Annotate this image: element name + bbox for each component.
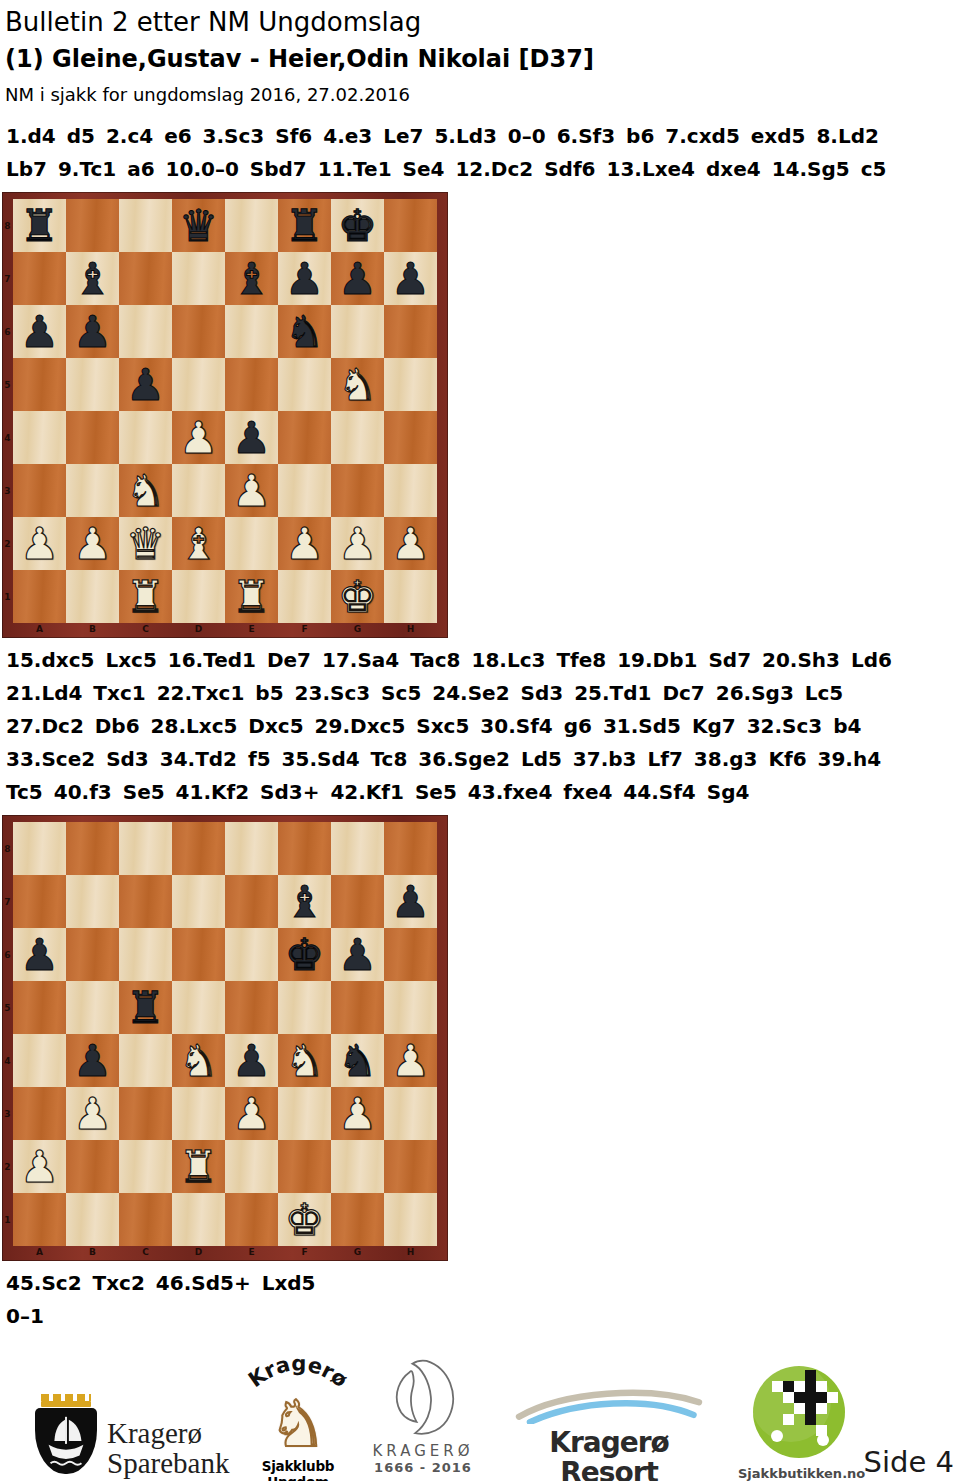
white-pawn: ♟ xyxy=(232,1087,271,1140)
document-header: Bulletin 2 etter NM Ungdomslag (1) Glein… xyxy=(0,0,960,106)
white-bishop: ♝ xyxy=(179,517,218,570)
black-queen: ♛ xyxy=(179,199,218,252)
black-pawn: ♟ xyxy=(338,928,377,981)
square-c2 xyxy=(119,1140,172,1193)
black-pawn: ♟ xyxy=(73,1034,112,1087)
square-e6 xyxy=(225,305,278,358)
game-heading: (1) Gleine,Gustav - Heier,Odin Nikolai [… xyxy=(5,44,960,74)
square-g3 xyxy=(331,464,384,517)
kragero-years: 1666 - 2016 xyxy=(365,1460,481,1475)
square-h1 xyxy=(384,570,437,623)
white-pawn: ♟ xyxy=(338,1087,377,1140)
square-a1 xyxy=(13,570,66,623)
square-c3 xyxy=(119,1087,172,1140)
square-f8 xyxy=(278,822,331,875)
square-f7: ♝ xyxy=(278,875,331,928)
square-h4: ♟ xyxy=(384,1034,437,1087)
white-rook: ♜ xyxy=(179,1140,218,1193)
square-e4: ♟ xyxy=(225,1034,278,1087)
page-number: Side 4 xyxy=(864,1445,954,1479)
square-c1 xyxy=(119,1193,172,1246)
rank-label-4: 4 xyxy=(2,411,13,464)
square-f4 xyxy=(278,411,331,464)
square-f8: ♜ xyxy=(278,199,331,252)
square-a1 xyxy=(13,1193,66,1246)
move-line: 45.Sc2 Txc2 46.Sd5+ Lxd5 xyxy=(6,1267,960,1300)
kragero-city-name: KRAGERØ xyxy=(365,1442,481,1460)
moves-section-2: 15.dxc5 Lxc5 16.Ted1 De7 17.Sa4 Tac8 18.… xyxy=(0,644,960,809)
black-bishop: ♝ xyxy=(285,875,324,928)
black-bishop: ♝ xyxy=(73,252,112,305)
black-rook: ♜ xyxy=(285,199,324,252)
square-f2 xyxy=(278,1140,331,1193)
rank-labels: 87654321 xyxy=(2,199,13,623)
square-g4 xyxy=(331,411,384,464)
square-h6 xyxy=(384,305,437,358)
square-a5 xyxy=(13,981,66,1034)
rank-label-2: 2 xyxy=(2,517,13,570)
white-pawn: ♟ xyxy=(179,411,218,464)
resort-name: Kragerø Resort xyxy=(503,1428,715,1481)
white-pawn: ♟ xyxy=(338,517,377,570)
move-line: 27.Dc2 Db6 28.Lxc5 Dxc5 29.Dxc5 Sxc5 30.… xyxy=(6,710,960,743)
black-pawn: ♟ xyxy=(73,305,112,358)
square-a6: ♟ xyxy=(13,928,66,981)
square-d7 xyxy=(172,252,225,305)
square-e5 xyxy=(225,981,278,1034)
square-a5 xyxy=(13,358,66,411)
kragero-resort-logo: Kragerø Resort Golf, spa & unike oppleve… xyxy=(503,1384,715,1481)
black-bishop: ♝ xyxy=(232,252,271,305)
square-e2 xyxy=(225,1140,278,1193)
square-a6: ♟ xyxy=(13,305,66,358)
square-c6 xyxy=(119,305,172,358)
square-a2: ♟ xyxy=(13,517,66,570)
move-line: 15.dxc5 Lxc5 16.Ted1 De7 17.Sa4 Tac8 18.… xyxy=(6,644,960,677)
square-d4: ♞ xyxy=(172,1034,225,1087)
square-e3: ♟ xyxy=(225,464,278,517)
square-e1 xyxy=(225,1193,278,1246)
square-d6 xyxy=(172,305,225,358)
file-label-c: C xyxy=(119,1247,172,1260)
move-line: 0–1 xyxy=(6,1300,960,1333)
square-b2: ♟ xyxy=(66,517,119,570)
white-king: ♚ xyxy=(338,570,377,623)
file-label-h: H xyxy=(384,624,437,637)
rank-label-1: 1 xyxy=(2,570,13,623)
white-rook: ♜ xyxy=(126,570,165,623)
white-pawn: ♟ xyxy=(391,517,430,570)
square-c1: ♜ xyxy=(119,570,172,623)
sponsor-footer: Kragerø Sparebank Kragerø ♞ Sjakklubb Un… xyxy=(0,1356,960,1481)
square-d3 xyxy=(172,464,225,517)
square-h2 xyxy=(384,1140,437,1193)
square-b4: ♟ xyxy=(66,1034,119,1087)
black-king: ♚ xyxy=(338,199,377,252)
rank-label-1: 1 xyxy=(2,1193,13,1246)
square-a2: ♟ xyxy=(13,1140,66,1193)
board-grid: ♜♛♜♚♝♝♟♟♟♟♟♞♟♞♟♟♞♟♟♟♛♝♟♟♟♜♜♚ xyxy=(13,199,437,623)
square-d5 xyxy=(172,358,225,411)
file-label-a: A xyxy=(13,1247,66,1260)
white-pawn: ♟ xyxy=(73,517,112,570)
square-c7 xyxy=(119,875,172,928)
black-pawn: ♟ xyxy=(232,1034,271,1087)
square-d2: ♝ xyxy=(172,517,225,570)
file-label-h: H xyxy=(384,1247,437,1260)
square-h7: ♟ xyxy=(384,875,437,928)
square-h6 xyxy=(384,928,437,981)
file-label-g: G xyxy=(331,1247,384,1260)
black-knight: ♞ xyxy=(338,1034,377,1087)
rank-label-7: 7 xyxy=(2,252,13,305)
crescent-moons-icon xyxy=(368,1358,478,1436)
square-b5 xyxy=(66,981,119,1034)
square-g4: ♞ xyxy=(331,1034,384,1087)
square-f5 xyxy=(278,981,331,1034)
square-c5: ♟ xyxy=(119,358,172,411)
square-h7: ♟ xyxy=(384,252,437,305)
square-e4: ♟ xyxy=(225,411,278,464)
file-label-e: E xyxy=(225,1247,278,1260)
rank-labels: 87654321 xyxy=(2,822,13,1246)
move-line: 33.Sce2 Sd3 34.Td2 f5 35.Sd4 Tc8 36.Sge2… xyxy=(6,743,960,776)
square-d5 xyxy=(172,981,225,1034)
square-f7: ♟ xyxy=(278,252,331,305)
square-c8 xyxy=(119,822,172,875)
square-h3 xyxy=(384,1087,437,1140)
square-c4 xyxy=(119,1034,172,1087)
square-f6: ♚ xyxy=(278,928,331,981)
square-b5 xyxy=(66,358,119,411)
square-c8 xyxy=(119,199,172,252)
square-b7 xyxy=(66,875,119,928)
sparebank-name-line2: Sparebank xyxy=(107,1448,229,1478)
square-b8 xyxy=(66,199,119,252)
file-labels: ABCDEFGH xyxy=(13,1247,437,1260)
square-d1 xyxy=(172,570,225,623)
square-e8 xyxy=(225,199,278,252)
square-g3: ♟ xyxy=(331,1087,384,1140)
chess-board-diagram-1: 87654321 ♜♛♜♚♝♝♟♟♟♟♟♞♟♞♟♟♞♟♟♟♛♝♟♟♟♜♜♚ AB… xyxy=(2,192,448,638)
rank-label-6: 6 xyxy=(2,305,13,358)
square-a4 xyxy=(13,411,66,464)
square-d4: ♟ xyxy=(172,411,225,464)
square-f6: ♞ xyxy=(278,305,331,358)
square-a8 xyxy=(13,822,66,875)
square-g8 xyxy=(331,822,384,875)
square-b7: ♝ xyxy=(66,252,119,305)
square-g7 xyxy=(331,875,384,928)
white-pawn: ♟ xyxy=(391,1034,430,1087)
square-e6 xyxy=(225,928,278,981)
square-c3: ♞ xyxy=(119,464,172,517)
black-pawn: ♟ xyxy=(285,252,324,305)
sjakklubb-label: Sjakklubb Ungdom xyxy=(240,1458,356,1481)
rank-label-8: 8 xyxy=(2,199,13,252)
square-e2 xyxy=(225,517,278,570)
square-g2: ♟ xyxy=(331,517,384,570)
square-c2: ♛ xyxy=(119,517,172,570)
black-pawn: ♟ xyxy=(391,252,430,305)
file-label-b: B xyxy=(66,1247,119,1260)
sparebank-crest-icon xyxy=(33,1394,99,1474)
square-e7 xyxy=(225,875,278,928)
rank-label-7: 7 xyxy=(2,875,13,928)
white-pawn: ♟ xyxy=(20,1140,59,1193)
square-c7 xyxy=(119,252,172,305)
square-b8 xyxy=(66,822,119,875)
sjakkbutikken-logo: Sjakkbutikken.no xyxy=(738,1364,860,1481)
pixel-knight-icon xyxy=(751,1364,847,1460)
event-line: NM i sjakk for ungdomslag 2016, 27.02.20… xyxy=(5,84,960,106)
black-pawn: ♟ xyxy=(391,875,430,928)
square-f3 xyxy=(278,1087,331,1140)
white-king: ♚ xyxy=(285,1193,324,1246)
move-line: Tc5 40.f3 Se5 41.Kf2 Sd3+ 42.Kf1 Se5 43.… xyxy=(6,776,960,809)
move-line: 21.Ld4 Txc1 22.Txc1 b5 23.Sc3 Sc5 24.Se2… xyxy=(6,677,960,710)
black-pawn: ♟ xyxy=(338,252,377,305)
crown-icon xyxy=(41,1394,91,1407)
square-d3 xyxy=(172,1087,225,1140)
waves-icon xyxy=(504,1384,714,1424)
rank-label-3: 3 xyxy=(2,464,13,517)
square-h2: ♟ xyxy=(384,517,437,570)
white-pawn: ♟ xyxy=(232,464,271,517)
file-labels: ABCDEFGH xyxy=(13,624,437,637)
square-d6 xyxy=(172,928,225,981)
file-label-c: C xyxy=(119,624,172,637)
square-g1: ♚ xyxy=(331,570,384,623)
square-d2: ♜ xyxy=(172,1140,225,1193)
black-king: ♚ xyxy=(285,928,324,981)
white-knight: ♞ xyxy=(285,1034,324,1087)
square-h8 xyxy=(384,199,437,252)
chess-board-diagram-2: 87654321 ♝♟♟♚♟♜♟♞♟♞♞♟♟♟♟♟♜♚ ABCDEFGH xyxy=(2,815,448,1261)
sjakkbutikken-label: Sjakkbutikken.no xyxy=(738,1466,860,1481)
square-h4 xyxy=(384,411,437,464)
square-b6 xyxy=(66,928,119,981)
square-f3 xyxy=(278,464,331,517)
square-g1 xyxy=(331,1193,384,1246)
moves-section-3: 45.Sc2 Txc2 46.Sd5+ Lxd50–1 xyxy=(0,1267,960,1333)
black-rook: ♜ xyxy=(126,981,165,1034)
sailing-ship-icon xyxy=(38,1412,94,1470)
square-c5: ♜ xyxy=(119,981,172,1034)
square-e1: ♜ xyxy=(225,570,278,623)
rank-label-5: 5 xyxy=(2,981,13,1034)
shield-ship-icon xyxy=(35,1408,97,1474)
file-label-b: B xyxy=(66,624,119,637)
file-label-a: A xyxy=(13,624,66,637)
square-a8: ♜ xyxy=(13,199,66,252)
black-rook: ♜ xyxy=(20,199,59,252)
rank-label-3: 3 xyxy=(2,1087,13,1140)
white-queen: ♛ xyxy=(126,517,165,570)
square-d8 xyxy=(172,822,225,875)
rank-label-6: 6 xyxy=(2,928,13,981)
file-label-f: F xyxy=(278,1247,331,1260)
white-pawn: ♟ xyxy=(285,517,324,570)
square-f4: ♞ xyxy=(278,1034,331,1087)
knight-head-icon: ♞ xyxy=(240,1392,356,1456)
black-pawn: ♟ xyxy=(126,358,165,411)
square-f5 xyxy=(278,358,331,411)
square-h8 xyxy=(384,822,437,875)
square-c4 xyxy=(119,411,172,464)
square-h5 xyxy=(384,358,437,411)
square-f1: ♚ xyxy=(278,1193,331,1246)
white-knight: ♞ xyxy=(126,464,165,517)
sparebank-name: Kragerø Sparebank xyxy=(107,1418,229,1478)
black-pawn: ♟ xyxy=(232,411,271,464)
file-label-d: D xyxy=(172,1247,225,1260)
black-pawn: ♟ xyxy=(20,928,59,981)
square-g7: ♟ xyxy=(331,252,384,305)
move-line: 1.d4 d5 2.c4 e6 3.Sc3 Sf6 4.e3 Le7 5.Ld3… xyxy=(6,120,960,153)
square-g2 xyxy=(331,1140,384,1193)
moves-section-1: 1.d4 d5 2.c4 e6 3.Sc3 Sf6 4.e3 Le7 5.Ld3… xyxy=(0,120,960,186)
rank-label-5: 5 xyxy=(2,358,13,411)
square-d8: ♛ xyxy=(172,199,225,252)
rank-label-8: 8 xyxy=(2,822,13,875)
rank-label-2: 2 xyxy=(2,1140,13,1193)
square-b3: ♟ xyxy=(66,1087,119,1140)
white-pawn: ♟ xyxy=(73,1087,112,1140)
square-c6 xyxy=(119,928,172,981)
square-h5 xyxy=(384,981,437,1034)
square-g5 xyxy=(331,981,384,1034)
square-d1 xyxy=(172,1193,225,1246)
square-g6 xyxy=(331,305,384,358)
square-a7 xyxy=(13,252,66,305)
kragero-1666-2016-logo: KRAGERØ 1666 - 2016 xyxy=(365,1358,481,1475)
square-e5 xyxy=(225,358,278,411)
sparebank-name-line1: Kragerø xyxy=(107,1418,229,1448)
move-line: Lb7 9.Tc1 a6 10.0–0 Sbd7 11.Te1 Se4 12.D… xyxy=(6,153,960,186)
square-h1 xyxy=(384,1193,437,1246)
bulletin-title: Bulletin 2 etter NM Ungdomslag xyxy=(5,6,960,38)
square-g8: ♚ xyxy=(331,199,384,252)
square-e7: ♝ xyxy=(225,252,278,305)
rank-label-4: 4 xyxy=(2,1034,13,1087)
white-knight: ♞ xyxy=(179,1034,218,1087)
square-f2: ♟ xyxy=(278,517,331,570)
square-h3 xyxy=(384,464,437,517)
black-pawn: ♟ xyxy=(20,305,59,358)
square-d7 xyxy=(172,875,225,928)
white-rook: ♜ xyxy=(232,570,271,623)
square-a4 xyxy=(13,1034,66,1087)
file-label-f: F xyxy=(278,624,331,637)
file-label-e: E xyxy=(225,624,278,637)
square-e3: ♟ xyxy=(225,1087,278,1140)
square-b1 xyxy=(66,1193,119,1246)
square-b4 xyxy=(66,411,119,464)
black-knight: ♞ xyxy=(285,305,324,358)
square-g5: ♞ xyxy=(331,358,384,411)
square-e8 xyxy=(225,822,278,875)
kragero-sjakklubb-ungdom-logo: Kragerø ♞ Sjakklubb Ungdom xyxy=(240,1358,356,1481)
square-b2 xyxy=(66,1140,119,1193)
square-f1 xyxy=(278,570,331,623)
board-grid: ♝♟♟♚♟♜♟♞♟♞♞♟♟♟♟♟♜♚ xyxy=(13,822,437,1246)
square-b3 xyxy=(66,464,119,517)
square-b1 xyxy=(66,570,119,623)
square-a3 xyxy=(13,464,66,517)
white-knight: ♞ xyxy=(338,358,377,411)
square-a7 xyxy=(13,875,66,928)
kragero-sparebank-logo: Kragerø Sparebank xyxy=(33,1394,229,1478)
file-label-d: D xyxy=(172,624,225,637)
file-label-g: G xyxy=(331,624,384,637)
square-a3 xyxy=(13,1087,66,1140)
square-b6: ♟ xyxy=(66,305,119,358)
white-pawn: ♟ xyxy=(20,517,59,570)
square-g6: ♟ xyxy=(331,928,384,981)
